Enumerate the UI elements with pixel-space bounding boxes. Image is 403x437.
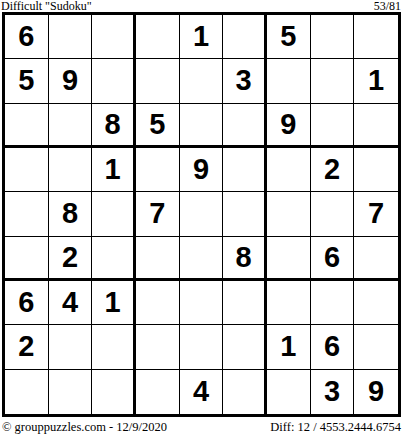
- cell-r4c4[interactable]: [136, 148, 180, 192]
- cell-r8c3[interactable]: [92, 325, 136, 369]
- difficulty-text: Diff: 12 / 4553.2444.6754: [270, 420, 401, 435]
- cell-r3c8[interactable]: [311, 104, 355, 148]
- cell-r5c7[interactable]: [267, 192, 311, 236]
- puzzle-title: Difficult "Sudoku": [1, 0, 92, 12]
- cell-r7c5[interactable]: [180, 281, 224, 325]
- cell-r4c7[interactable]: [267, 148, 311, 192]
- cell-r4c3[interactable]: 1: [92, 148, 136, 192]
- cell-r9c3[interactable]: [92, 370, 136, 414]
- cell-r3c3[interactable]: 8: [92, 104, 136, 148]
- copyright-text: © grouppuzzles.com - 12/9/2020: [2, 420, 167, 435]
- cell-r6c3[interactable]: [92, 237, 136, 281]
- cell-r2c4[interactable]: [136, 59, 180, 103]
- cell-r8c4[interactable]: [136, 325, 180, 369]
- cell-r2c2[interactable]: 9: [49, 59, 93, 103]
- cell-r6c9[interactable]: [354, 237, 398, 281]
- cell-r2c6[interactable]: 3: [223, 59, 267, 103]
- cell-r7c3[interactable]: 1: [92, 281, 136, 325]
- cell-r5c9[interactable]: 7: [354, 192, 398, 236]
- cell-r1c7[interactable]: 5: [267, 15, 311, 59]
- cell-r6c2[interactable]: 2: [49, 237, 93, 281]
- cell-r9c9[interactable]: 9: [354, 370, 398, 414]
- cell-r3c2[interactable]: [49, 104, 93, 148]
- cell-r7c6[interactable]: [223, 281, 267, 325]
- cell-r1c8[interactable]: [311, 15, 355, 59]
- cell-r9c7[interactable]: [267, 370, 311, 414]
- cell-r4c6[interactable]: [223, 148, 267, 192]
- cell-r6c4[interactable]: [136, 237, 180, 281]
- cell-r4c1[interactable]: [5, 148, 49, 192]
- cell-r3c5[interactable]: [180, 104, 224, 148]
- cell-r2c9[interactable]: 1: [354, 59, 398, 103]
- cell-r8c9[interactable]: [354, 325, 398, 369]
- cell-r3c7[interactable]: 9: [267, 104, 311, 148]
- cell-r1c9[interactable]: [354, 15, 398, 59]
- cell-r9c6[interactable]: [223, 370, 267, 414]
- cell-r6c7[interactable]: [267, 237, 311, 281]
- cell-r7c2[interactable]: 4: [49, 281, 93, 325]
- cell-r5c5[interactable]: [180, 192, 224, 236]
- cell-r9c8[interactable]: 3: [311, 370, 355, 414]
- cell-r1c3[interactable]: [92, 15, 136, 59]
- cell-r9c5[interactable]: 4: [180, 370, 224, 414]
- cell-r7c7[interactable]: [267, 281, 311, 325]
- cell-r9c4[interactable]: [136, 370, 180, 414]
- cell-r6c6[interactable]: 8: [223, 237, 267, 281]
- cell-r5c4[interactable]: 7: [136, 192, 180, 236]
- cell-r2c3[interactable]: [92, 59, 136, 103]
- cell-r8c8[interactable]: 6: [311, 325, 355, 369]
- cell-r6c8[interactable]: 6: [311, 237, 355, 281]
- sudoku-board: 6155931859192877286641216439: [2, 12, 401, 417]
- cell-r5c6[interactable]: [223, 192, 267, 236]
- cell-r1c4[interactable]: [136, 15, 180, 59]
- cell-r3c9[interactable]: [354, 104, 398, 148]
- cell-r8c7[interactable]: 1: [267, 325, 311, 369]
- cell-r8c2[interactable]: [49, 325, 93, 369]
- cell-r9c2[interactable]: [49, 370, 93, 414]
- footer: © grouppuzzles.com - 12/9/2020 Diff: 12 …: [2, 420, 401, 435]
- cell-r1c6[interactable]: [223, 15, 267, 59]
- cell-r4c9[interactable]: [354, 148, 398, 192]
- cell-r4c8[interactable]: 2: [311, 148, 355, 192]
- cell-r1c1[interactable]: 6: [5, 15, 49, 59]
- cell-r5c3[interactable]: [92, 192, 136, 236]
- cell-r7c1[interactable]: 6: [5, 281, 49, 325]
- cell-r1c5[interactable]: 1: [180, 15, 224, 59]
- cell-r7c8[interactable]: [311, 281, 355, 325]
- empty-cell-counter: 53/81: [374, 0, 401, 12]
- cell-r4c2[interactable]: [49, 148, 93, 192]
- cell-r7c4[interactable]: [136, 281, 180, 325]
- cell-r3c6[interactable]: [223, 104, 267, 148]
- cell-r2c1[interactable]: 5: [5, 59, 49, 103]
- cell-r3c4[interactable]: 5: [136, 104, 180, 148]
- cell-r5c8[interactable]: [311, 192, 355, 236]
- cell-r3c1[interactable]: [5, 104, 49, 148]
- cell-r9c1[interactable]: [5, 370, 49, 414]
- cell-r7c9[interactable]: [354, 281, 398, 325]
- header: Difficult "Sudoku" 53/81: [1, 0, 401, 12]
- cell-r1c2[interactable]: [49, 15, 93, 59]
- cell-r2c8[interactable]: [311, 59, 355, 103]
- cell-r8c5[interactable]: [180, 325, 224, 369]
- cell-r2c7[interactable]: [267, 59, 311, 103]
- cell-r8c6[interactable]: [223, 325, 267, 369]
- cell-r2c5[interactable]: [180, 59, 224, 103]
- cell-r8c1[interactable]: 2: [5, 325, 49, 369]
- cell-r5c2[interactable]: 8: [49, 192, 93, 236]
- cell-r6c5[interactable]: [180, 237, 224, 281]
- cell-r4c5[interactable]: 9: [180, 148, 224, 192]
- cell-r5c1[interactable]: [5, 192, 49, 236]
- cell-r6c1[interactable]: [5, 237, 49, 281]
